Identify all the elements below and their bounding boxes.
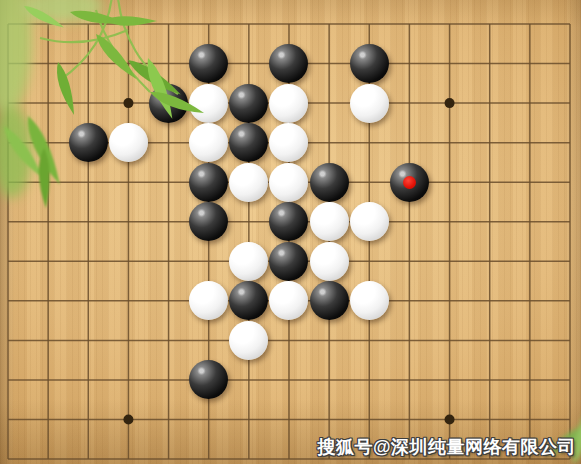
- black-stone: [189, 163, 228, 202]
- board-intersection: [189, 123, 229, 163]
- board-intersection: [349, 202, 389, 242]
- board-intersection: [189, 281, 229, 321]
- black-stone: [310, 281, 349, 320]
- board-intersection: [269, 162, 309, 202]
- board-intersection: [309, 162, 349, 202]
- board-intersection: [229, 123, 269, 163]
- black-stone: [229, 281, 268, 320]
- board-intersection: [269, 83, 309, 123]
- white-stone: [189, 281, 228, 320]
- white-stone: [350, 84, 389, 123]
- white-stone: [350, 202, 389, 241]
- black-stone: [350, 44, 389, 83]
- board-intersection: [269, 44, 309, 84]
- black-stone: [269, 44, 308, 83]
- board-intersection: [68, 123, 108, 163]
- black-stone: [149, 84, 188, 123]
- board-intersection: [189, 162, 229, 202]
- black-stone: [229, 84, 268, 123]
- white-stone: [269, 163, 308, 202]
- black-stone: [269, 202, 308, 241]
- black-stone: [390, 163, 429, 202]
- board-intersection: [349, 281, 389, 321]
- last-move-marker: [403, 176, 416, 189]
- watermark-text: 搜狐号@深圳纯量网络有限公司: [317, 435, 576, 459]
- board-intersection: [229, 242, 269, 282]
- white-stone: [109, 123, 148, 162]
- white-stone: [229, 163, 268, 202]
- board-intersection: [189, 83, 229, 123]
- board-intersection: [108, 123, 148, 163]
- board-intersection: [149, 83, 189, 123]
- screenshot-root: 搜狐号@深圳纯量网络有限公司: [0, 0, 581, 464]
- board-intersection: [229, 321, 269, 361]
- white-stone: [229, 242, 268, 281]
- black-stone: [269, 242, 308, 281]
- board-intersection: [269, 281, 309, 321]
- black-stone: [189, 360, 228, 399]
- black-stone: [69, 123, 108, 162]
- white-stone: [269, 123, 308, 162]
- white-stone: [269, 84, 308, 123]
- board-intersection: [189, 202, 229, 242]
- board-intersection: [389, 162, 429, 202]
- board-intersection: [269, 123, 309, 163]
- black-stone: [229, 123, 268, 162]
- board-intersection: [349, 44, 389, 84]
- white-stone: [269, 281, 308, 320]
- black-stone: [189, 202, 228, 241]
- board-intersection: [309, 242, 349, 282]
- board-intersection: [349, 83, 389, 123]
- black-stone: [310, 163, 349, 202]
- board-intersection: [229, 281, 269, 321]
- white-stone: [350, 281, 389, 320]
- board-intersection: [269, 242, 309, 282]
- white-stone: [189, 84, 228, 123]
- board-intersection: [309, 202, 349, 242]
- white-stone: [310, 202, 349, 241]
- white-stone: [310, 242, 349, 281]
- go-board: [0, 4, 581, 464]
- board-intersection: [229, 83, 269, 123]
- board-intersection: [189, 360, 229, 400]
- board-intersection: [309, 281, 349, 321]
- white-stone: [189, 123, 228, 162]
- board-intersection: [189, 44, 229, 84]
- black-stone: [189, 44, 228, 83]
- board-intersection: [269, 202, 309, 242]
- board-intersection: [229, 162, 269, 202]
- white-stone: [229, 321, 268, 360]
